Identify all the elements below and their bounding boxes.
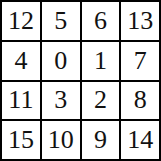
cell-r2c0[interactable]: 11 [2, 82, 40, 120]
cell-r3c0[interactable]: 15 [2, 121, 40, 159]
cell-r3c1[interactable]: 10 [42, 121, 80, 159]
cell-r0c2[interactable]: 6 [82, 2, 120, 40]
cell-r3c2[interactable]: 9 [82, 121, 120, 159]
puzzle-board: 12 5 6 13 4 0 1 7 11 3 2 8 15 10 9 14 [0, 0, 161, 161]
cell-r1c2[interactable]: 1 [82, 42, 120, 80]
cell-r2c1[interactable]: 3 [42, 82, 80, 120]
cell-r1c3[interactable]: 7 [121, 42, 159, 80]
cell-r0c1[interactable]: 5 [42, 2, 80, 40]
cell-r2c2[interactable]: 2 [82, 82, 120, 120]
cell-r1c0[interactable]: 4 [2, 42, 40, 80]
cell-r3c3[interactable]: 14 [121, 121, 159, 159]
cell-r0c0[interactable]: 12 [2, 2, 40, 40]
cell-r1c1[interactable]: 0 [42, 42, 80, 80]
cell-r0c3[interactable]: 13 [121, 2, 159, 40]
cell-r2c3[interactable]: 8 [121, 82, 159, 120]
